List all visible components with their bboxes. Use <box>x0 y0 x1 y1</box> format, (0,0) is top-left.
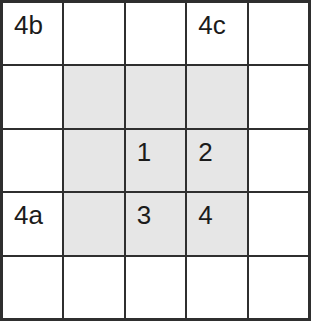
cell-r2c3 <box>126 66 185 127</box>
cell-r1c2 <box>64 3 123 64</box>
cell-r1c4: 4c <box>187 3 246 64</box>
puzzle-grid: 4b4c124a34 <box>0 0 311 321</box>
cell-r3c2 <box>64 130 123 191</box>
cell-r5c2 <box>64 257 123 318</box>
cell-r5c1 <box>3 257 62 318</box>
cell-r3c4: 2 <box>187 130 246 191</box>
cell-r3c5 <box>249 130 308 191</box>
cell-r3c3: 1 <box>126 130 185 191</box>
cell-r4c4: 4 <box>187 193 246 254</box>
cell-r2c5 <box>249 66 308 127</box>
cell-r5c4 <box>187 257 246 318</box>
puzzle-diagram: 4b4c124a34 <box>0 0 311 321</box>
cell-r4c3: 3 <box>126 193 185 254</box>
cell-r1c5 <box>249 3 308 64</box>
cell-r3c1 <box>3 130 62 191</box>
cell-r2c4 <box>187 66 246 127</box>
cell-r4c5 <box>249 193 308 254</box>
cell-r1c1: 4b <box>3 3 62 64</box>
cell-r5c5 <box>249 257 308 318</box>
cell-r2c2 <box>64 66 123 127</box>
cell-r5c3 <box>126 257 185 318</box>
cell-r4c2 <box>64 193 123 254</box>
cell-r4c1: 4a <box>3 193 62 254</box>
cell-r2c1 <box>3 66 62 127</box>
cell-r1c3 <box>126 3 185 64</box>
